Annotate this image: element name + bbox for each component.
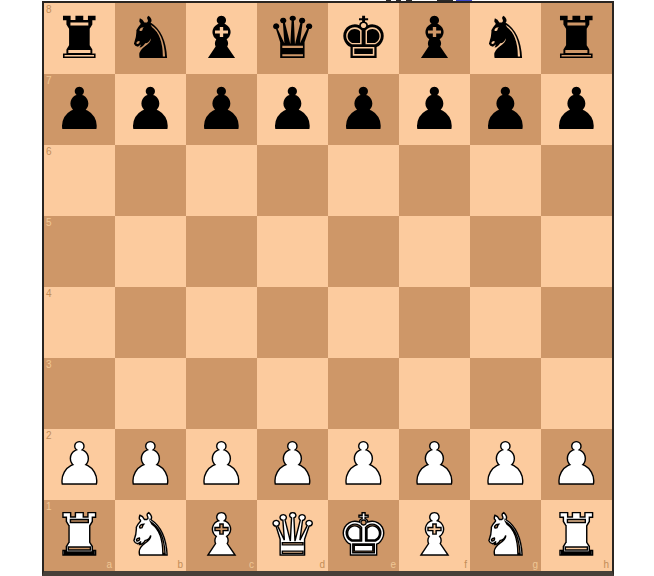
file-label-a: a — [106, 560, 112, 570]
square-d4[interactable] — [257, 287, 328, 358]
square-b8[interactable]: ♞ — [115, 3, 186, 74]
rank-label-6: 6 — [46, 147, 52, 157]
square-b5[interactable] — [115, 216, 186, 287]
piece-white-pawn[interactable]: ♟ — [338, 429, 390, 500]
piece-black-pawn[interactable]: ♟ — [196, 74, 248, 145]
page: 8♜♞♝♛♚♝♞♜7♟♟♟♟♟♟♟♟65432♟♟♟♟♟♟♟♟1a♜b♞c♝d♛… — [0, 0, 654, 576]
piece-black-pawn[interactable]: ♟ — [551, 74, 603, 145]
square-e2[interactable]: ♟ — [328, 429, 399, 500]
piece-white-bishop[interactable]: ♝ — [409, 500, 461, 571]
piece-black-pawn[interactable]: ♟ — [480, 74, 532, 145]
square-d6[interactable] — [257, 145, 328, 216]
piece-white-pawn[interactable]: ♟ — [551, 429, 603, 500]
square-b1[interactable]: b♞ — [115, 500, 186, 571]
square-g8[interactable]: ♞ — [470, 3, 541, 74]
square-c6[interactable] — [186, 145, 257, 216]
square-a4[interactable]: 4 — [44, 287, 115, 358]
square-e4[interactable] — [328, 287, 399, 358]
piece-black-queen[interactable]: ♛ — [267, 3, 319, 74]
piece-black-bishop[interactable]: ♝ — [409, 3, 461, 74]
square-f1[interactable]: f♝ — [399, 500, 470, 571]
square-h8[interactable]: ♜ — [541, 3, 612, 74]
square-a7[interactable]: 7♟ — [44, 74, 115, 145]
piece-black-pawn[interactable]: ♟ — [267, 74, 319, 145]
piece-white-pawn[interactable]: ♟ — [267, 429, 319, 500]
rank-label-1: 1 — [46, 502, 52, 512]
square-f4[interactable] — [399, 287, 470, 358]
square-d1[interactable]: d♛ — [257, 500, 328, 571]
square-h7[interactable]: ♟ — [541, 74, 612, 145]
square-f2[interactable]: ♟ — [399, 429, 470, 500]
square-g5[interactable] — [470, 216, 541, 287]
piece-black-rook[interactable]: ♜ — [551, 3, 603, 74]
rank-label-4: 4 — [46, 289, 52, 299]
square-h4[interactable] — [541, 287, 612, 358]
rank-label-8: 8 — [46, 5, 52, 15]
piece-white-rook[interactable]: ♜ — [551, 500, 603, 571]
square-b7[interactable]: ♟ — [115, 74, 186, 145]
rank-label-5: 5 — [46, 218, 52, 228]
square-c5[interactable] — [186, 216, 257, 287]
square-d2[interactable]: ♟ — [257, 429, 328, 500]
square-g4[interactable] — [470, 287, 541, 358]
square-a5[interactable]: 5 — [44, 216, 115, 287]
square-b2[interactable]: ♟ — [115, 429, 186, 500]
piece-white-pawn[interactable]: ♟ — [480, 429, 532, 500]
square-c3[interactable] — [186, 358, 257, 429]
square-c8[interactable]: ♝ — [186, 3, 257, 74]
square-d5[interactable] — [257, 216, 328, 287]
rank-label-3: 3 — [46, 360, 52, 370]
square-c1[interactable]: c♝ — [186, 500, 257, 571]
piece-white-knight[interactable]: ♞ — [480, 500, 532, 571]
piece-black-pawn[interactable]: ♟ — [54, 74, 106, 145]
square-g1[interactable]: g♞ — [470, 500, 541, 571]
square-e6[interactable] — [328, 145, 399, 216]
square-g2[interactable]: ♟ — [470, 429, 541, 500]
square-c7[interactable]: ♟ — [186, 74, 257, 145]
square-f7[interactable]: ♟ — [399, 74, 470, 145]
piece-white-queen[interactable]: ♛ — [267, 500, 319, 571]
square-d3[interactable] — [257, 358, 328, 429]
rank-label-2: 2 — [46, 431, 52, 441]
piece-white-pawn[interactable]: ♟ — [54, 429, 106, 500]
piece-white-bishop[interactable]: ♝ — [196, 500, 248, 571]
square-h3[interactable] — [541, 358, 612, 429]
piece-black-knight[interactable]: ♞ — [125, 3, 177, 74]
square-f3[interactable] — [399, 358, 470, 429]
square-a3[interactable]: 3 — [44, 358, 115, 429]
piece-black-king[interactable]: ♚ — [338, 3, 390, 74]
square-b6[interactable] — [115, 145, 186, 216]
file-label-e: e — [390, 560, 396, 570]
square-e1[interactable]: e♚ — [328, 500, 399, 571]
piece-black-pawn[interactable]: ♟ — [338, 74, 390, 145]
square-f8[interactable]: ♝ — [399, 3, 470, 74]
piece-black-pawn[interactable]: ♟ — [125, 74, 177, 145]
square-a1[interactable]: 1a♜ — [44, 500, 115, 571]
piece-white-rook[interactable]: ♜ — [54, 500, 106, 571]
file-label-h: h — [603, 560, 609, 570]
square-a8[interactable]: 8♜ — [44, 3, 115, 74]
square-a2[interactable]: 2♟ — [44, 429, 115, 500]
piece-black-pawn[interactable]: ♟ — [409, 74, 461, 145]
square-f6[interactable] — [399, 145, 470, 216]
square-d8[interactable]: ♛ — [257, 3, 328, 74]
file-label-f: f — [464, 560, 467, 570]
piece-black-knight[interactable]: ♞ — [480, 3, 532, 74]
chess-board: 8♜♞♝♛♚♝♞♜7♟♟♟♟♟♟♟♟65432♟♟♟♟♟♟♟♟1a♜b♞c♝d♛… — [42, 1, 614, 576]
file-label-g: g — [532, 560, 538, 570]
file-label-d: d — [319, 560, 325, 570]
piece-white-knight[interactable]: ♞ — [125, 500, 177, 571]
square-c2[interactable]: ♟ — [186, 429, 257, 500]
square-e7[interactable]: ♟ — [328, 74, 399, 145]
square-d7[interactable]: ♟ — [257, 74, 328, 145]
square-b3[interactable] — [115, 358, 186, 429]
square-h1[interactable]: h♜ — [541, 500, 612, 571]
file-label-b: b — [177, 560, 183, 570]
square-h2[interactable]: ♟ — [541, 429, 612, 500]
square-h5[interactable] — [541, 216, 612, 287]
square-h6[interactable] — [541, 145, 612, 216]
rank-label-7: 7 — [46, 76, 52, 86]
square-g3[interactable] — [470, 358, 541, 429]
square-b4[interactable] — [115, 287, 186, 358]
square-a6[interactable]: 6 — [44, 145, 115, 216]
piece-black-bishop[interactable]: ♝ — [196, 3, 248, 74]
square-f5[interactable] — [399, 216, 470, 287]
file-label-c: c — [249, 560, 254, 570]
square-e5[interactable] — [328, 216, 399, 287]
piece-white-pawn[interactable]: ♟ — [196, 429, 248, 500]
piece-black-rook[interactable]: ♜ — [54, 3, 106, 74]
square-g7[interactable]: ♟ — [470, 74, 541, 145]
piece-white-king[interactable]: ♚ — [338, 500, 390, 571]
square-e3[interactable] — [328, 358, 399, 429]
piece-white-pawn[interactable]: ♟ — [409, 429, 461, 500]
square-e8[interactable]: ♚ — [328, 3, 399, 74]
piece-white-pawn[interactable]: ♟ — [125, 429, 177, 500]
square-g6[interactable] — [470, 145, 541, 216]
square-c4[interactable] — [186, 287, 257, 358]
